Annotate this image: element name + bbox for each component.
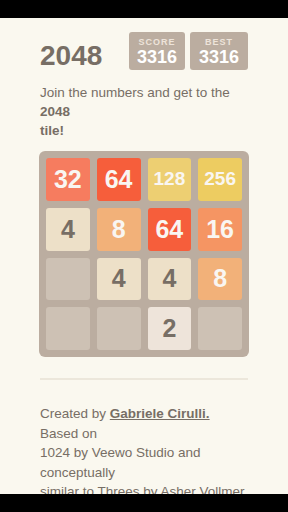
tile-4: 4 <box>148 258 192 301</box>
tile-32: 32 <box>46 158 90 201</box>
footer-text: Created by Gabriele Cirulli. Based on102… <box>40 404 248 494</box>
score-box: SCORE 3316 <box>129 32 185 70</box>
empty-cell <box>198 307 242 350</box>
footer-line2: 1024 by Veewo Studio and conceptually <box>40 445 201 480</box>
empty-cell <box>46 307 90 350</box>
tile-2: 2 <box>148 307 192 350</box>
tile-16: 16 <box>198 208 242 251</box>
intro-bold-tile: tile! <box>40 123 64 138</box>
creator-link[interactable]: Gabriele Cirulli. <box>110 406 210 421</box>
footer-line3: similar to Threes by Asher Vollmer. <box>40 484 248 494</box>
tile-8: 8 <box>97 208 141 251</box>
intro-bold-2048: 2048 <box>40 104 70 119</box>
score-value: 3316 <box>137 47 177 68</box>
game-2048-app: 2048 SCORE 3316 BEST 3316 Join the numbe… <box>0 18 288 494</box>
best-box: BEST 3316 <box>190 32 248 70</box>
tile-4: 4 <box>97 258 141 301</box>
footer-prefix: Created by <box>40 406 110 421</box>
tile-64: 64 <box>97 158 141 201</box>
tile-4: 4 <box>46 208 90 251</box>
tile-64: 64 <box>148 208 192 251</box>
tile-8: 8 <box>198 258 242 301</box>
android-nav-bar <box>0 494 288 512</box>
android-status-bar <box>0 0 288 18</box>
divider <box>40 378 248 380</box>
tile-256: 256 <box>198 158 242 201</box>
intro-text: Join the numbers and get to the 2048tile… <box>40 83 248 140</box>
intro-normal: Join the numbers and get to the <box>40 85 230 100</box>
header: 2048 SCORE 3316 BEST 3316 <box>40 32 248 70</box>
tile-128: 128 <box>148 158 192 201</box>
app-title: 2048 <box>40 40 102 72</box>
game-board[interactable]: 32 64 128 256 4 8 64 16 4 4 8 2 <box>39 151 249 357</box>
footer-after-link: Based on <box>40 426 97 441</box>
empty-cell <box>46 258 90 301</box>
score-panel: SCORE 3316 BEST 3316 <box>129 32 248 70</box>
empty-cell <box>97 307 141 350</box>
best-value: 3316 <box>198 47 240 68</box>
best-label: BEST <box>198 37 240 47</box>
score-label: SCORE <box>137 37 177 47</box>
